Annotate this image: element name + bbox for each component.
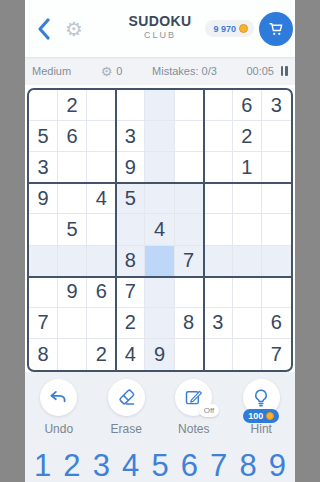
sudoku-cell-r6c3[interactable]	[87, 246, 116, 277]
sudoku-app: ⚙ SUDOKU CLUB 9 970 Medium ⚙ 0	[25, 0, 295, 482]
sudoku-cell-r8c5[interactable]	[145, 308, 174, 339]
sudoku-cell-r5c9[interactable]	[262, 214, 291, 245]
sudoku-cell-r1c8[interactable]: 6	[233, 90, 262, 121]
sudoku-cell-r6c7[interactable]	[204, 246, 233, 277]
sudoku-cell-r9c3[interactable]: 2	[87, 339, 116, 370]
sudoku-cell-r3c9[interactable]	[262, 152, 291, 183]
hint-coin-icon	[266, 412, 274, 420]
cart-icon	[267, 20, 285, 38]
sudoku-cell-r6c9[interactable]	[262, 246, 291, 277]
numpad-digit-2[interactable]: 2	[63, 450, 80, 481]
sudoku-cell-r3c2[interactable]	[58, 152, 87, 183]
numpad-digit-4[interactable]: 4	[122, 450, 139, 481]
sudoku-cell-r5c6[interactable]	[175, 214, 204, 245]
sudoku-cell-r2c8[interactable]: 2	[233, 121, 262, 152]
undo-button[interactable]: Undo	[33, 379, 85, 436]
back-button[interactable]	[33, 16, 55, 42]
sudoku-cell-r1c3[interactable]	[87, 90, 116, 121]
hint-bulb-icon	[250, 387, 272, 409]
sudoku-cell-r7c3[interactable]: 6	[87, 277, 116, 308]
sudoku-cell-r8c9[interactable]: 6	[262, 308, 291, 339]
header: ⚙ SUDOKU CLUB 9 970	[25, 0, 295, 57]
sudoku-cell-r9c5[interactable]: 9	[145, 339, 174, 370]
sudoku-cell-r2c2[interactable]: 6	[58, 121, 87, 152]
sudoku-cell-r1c7[interactable]	[204, 90, 233, 121]
sudoku-cell-r5c5[interactable]: 4	[145, 214, 174, 245]
app-subtitle: CLUB	[128, 30, 191, 40]
sudoku-cell-r5c3[interactable]	[87, 214, 116, 245]
hint-button[interactable]: 100 Hint	[235, 379, 287, 436]
undo-label: Undo	[44, 422, 73, 436]
numpad-digit-7[interactable]: 7	[210, 450, 227, 481]
sudoku-cell-r9c7[interactable]	[204, 339, 233, 370]
sudoku-cell-r8c2[interactable]	[58, 308, 87, 339]
sudoku-cell-r6c2[interactable]	[58, 246, 87, 277]
mistakes-label: Mistakes: 0/3	[152, 65, 217, 77]
sudoku-cell-r8c4[interactable]: 2	[116, 308, 145, 339]
sudoku-cell-r9c4[interactable]: 4	[116, 339, 145, 370]
numpad-digit-8[interactable]: 8	[239, 450, 256, 481]
sudoku-cell-r9c6[interactable]	[175, 339, 204, 370]
hint-cost-value: 100	[248, 411, 263, 421]
timer-value: 00:05	[246, 65, 274, 77]
eraser-icon	[116, 387, 137, 408]
hint-cost-badge: 100	[243, 409, 279, 423]
sudoku-cell-r4c5[interactable]	[145, 183, 174, 214]
sudoku-cell-r5c7[interactable]	[204, 214, 233, 245]
notes-off-badge: Off	[199, 404, 220, 417]
sudoku-cell-r4c8[interactable]	[233, 183, 262, 214]
sudoku-cell-r4c4[interactable]: 5	[116, 183, 145, 214]
difficulty-label: Medium	[32, 65, 71, 77]
sudoku-cell-r2c3[interactable]	[87, 121, 116, 152]
sudoku-cell-r7c6[interactable]	[175, 277, 204, 308]
sudoku-cell-r5c2[interactable]: 5	[58, 214, 87, 245]
sudoku-cell-r7c7[interactable]	[204, 277, 233, 308]
sudoku-cell-r2c6[interactable]	[175, 121, 204, 152]
sudoku-cell-r1c2[interactable]: 2	[58, 90, 87, 121]
pause-icon	[285, 66, 288, 76]
score-gear-icon: ⚙	[101, 65, 113, 78]
sudoku-cell-r4c1[interactable]: 9	[29, 183, 58, 214]
sudoku-cell-r7c4[interactable]: 7	[116, 277, 145, 308]
numpad-digit-3[interactable]: 3	[93, 450, 110, 481]
sudoku-cell-r4c9[interactable]	[262, 183, 291, 214]
sudoku-board: 263563239194554879677283682497	[27, 88, 293, 372]
hint-label: Hint	[251, 422, 272, 436]
sudoku-cell-r2c7[interactable]	[204, 121, 233, 152]
sudoku-cell-r2c5[interactable]	[145, 121, 174, 152]
sudoku-cell-r6c5[interactable]	[145, 246, 174, 277]
gear-icon: ⚙	[65, 19, 83, 39]
sudoku-cell-r2c4[interactable]: 3	[116, 121, 145, 152]
pause-icon	[281, 66, 284, 76]
sudoku-cell-r8c3[interactable]	[87, 308, 116, 339]
sudoku-cell-r1c6[interactable]	[175, 90, 204, 121]
sudoku-cell-r3c4[interactable]: 9	[116, 152, 145, 183]
sudoku-cell-r3c1[interactable]: 3	[29, 152, 58, 183]
sudoku-cell-r8c7[interactable]: 3	[204, 308, 233, 339]
sudoku-cell-r1c9[interactable]: 3	[262, 90, 291, 121]
header-right: 9 970	[205, 0, 293, 57]
app-title: SUDOKU	[128, 13, 191, 29]
numpad-digit-1[interactable]: 1	[34, 450, 51, 481]
sudoku-cell-r6c4[interactable]: 8	[116, 246, 145, 277]
sudoku-cell-r7c9[interactable]	[262, 277, 291, 308]
sudoku-cell-r6c6[interactable]: 7	[175, 246, 204, 277]
numpad-digit-9[interactable]: 9	[269, 450, 286, 481]
notes-label: Notes	[178, 422, 209, 436]
sudoku-cell-r9c1[interactable]: 8	[29, 339, 58, 370]
sudoku-cell-r5c1[interactable]	[29, 214, 58, 245]
sudoku-cell-r3c3[interactable]	[87, 152, 116, 183]
sudoku-cell-r5c4[interactable]	[116, 214, 145, 245]
sudoku-cell-r7c8[interactable]	[233, 277, 262, 308]
score-group: ⚙ 0	[101, 65, 123, 78]
sudoku-cell-r5c8[interactable]	[233, 214, 262, 245]
sudoku-cell-r4c6[interactable]	[175, 183, 204, 214]
numpad-digit-5[interactable]: 5	[151, 450, 168, 481]
sudoku-grid: 263563239194554879677283682497	[29, 90, 291, 370]
coin-amount: 9 970	[213, 24, 236, 34]
sudoku-cell-r7c2[interactable]: 9	[58, 277, 87, 308]
sudoku-cell-r3c8[interactable]: 1	[233, 152, 262, 183]
sudoku-cell-r3c5[interactable]	[145, 152, 174, 183]
sudoku-cell-r4c3[interactable]: 4	[87, 183, 116, 214]
sudoku-cell-r1c4[interactable]	[116, 90, 145, 121]
settings-button[interactable]: ⚙	[61, 16, 87, 42]
sudoku-cell-r9c9[interactable]: 7	[262, 339, 291, 370]
numpad-digit-6[interactable]: 6	[181, 450, 198, 481]
toolbar: Undo Erase	[25, 372, 295, 436]
sudoku-cell-r8c1[interactable]: 7	[29, 308, 58, 339]
back-chevron-icon	[37, 18, 51, 40]
bottom-panel: Undo Erase	[25, 372, 295, 482]
erase-label: Erase	[111, 422, 142, 436]
score-value: 0	[116, 65, 122, 77]
sudoku-cell-r8c6[interactable]: 8	[175, 308, 204, 339]
sudoku-cell-r9c2[interactable]	[58, 339, 87, 370]
sudoku-cell-r2c9[interactable]	[262, 121, 291, 152]
timer-group: 00:05	[246, 65, 288, 77]
status-bar: Medium ⚙ 0 Mistakes: 0/3 00:05	[25, 57, 295, 85]
sudoku-cell-r3c7[interactable]	[204, 152, 233, 183]
coin-balance[interactable]: 9 970	[205, 20, 254, 37]
sudoku-cell-r1c5[interactable]	[145, 90, 174, 121]
app-title-block: SUDOKU CLUB	[128, 13, 191, 40]
coin-icon	[239, 24, 248, 33]
sudoku-cell-r1c1[interactable]	[29, 90, 58, 121]
undo-icon	[48, 387, 69, 408]
sudoku-cell-r6c1[interactable]	[29, 246, 58, 277]
sudoku-cell-r3c6[interactable]	[175, 152, 204, 183]
sudoku-cell-r4c7[interactable]	[204, 183, 233, 214]
erase-button[interactable]: Erase	[100, 379, 152, 436]
sudoku-cell-r8c8[interactable]	[233, 308, 262, 339]
sudoku-cell-r6c8[interactable]	[233, 246, 262, 277]
sudoku-cell-r7c1[interactable]	[29, 277, 58, 308]
sudoku-cell-r7c5[interactable]	[145, 277, 174, 308]
sudoku-cell-r4c2[interactable]	[58, 183, 87, 214]
sudoku-cell-r9c8[interactable]	[233, 339, 262, 370]
notes-button[interactable]: Off Notes	[168, 379, 220, 436]
shop-button[interactable]	[259, 12, 293, 46]
pause-button[interactable]	[281, 66, 288, 76]
sudoku-cell-r2c1[interactable]: 5	[29, 121, 58, 152]
number-pad: 123456789	[25, 450, 295, 481]
